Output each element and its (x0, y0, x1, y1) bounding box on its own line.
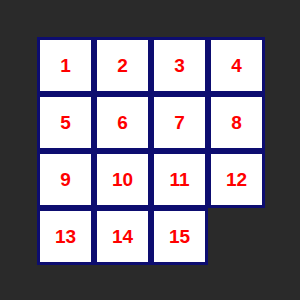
puzzle-board: 123456789101112131415 (37, 37, 265, 265)
tile-2[interactable]: 2 (94, 37, 151, 94)
tile-1[interactable]: 1 (37, 37, 94, 94)
tile-5[interactable]: 5 (37, 94, 94, 151)
tile-13[interactable]: 13 (37, 208, 94, 265)
tile-10[interactable]: 10 (94, 151, 151, 208)
tile-3[interactable]: 3 (151, 37, 208, 94)
tile-14[interactable]: 14 (94, 208, 151, 265)
tile-9[interactable]: 9 (37, 151, 94, 208)
empty-cell (208, 208, 265, 265)
tile-4[interactable]: 4 (208, 37, 265, 94)
tile-8[interactable]: 8 (208, 94, 265, 151)
tile-7[interactable]: 7 (151, 94, 208, 151)
app-screen: 123456789101112131415 (0, 0, 300, 300)
tile-12[interactable]: 12 (208, 151, 265, 208)
tile-11[interactable]: 11 (151, 151, 208, 208)
tile-6[interactable]: 6 (94, 94, 151, 151)
tile-15[interactable]: 15 (151, 208, 208, 265)
